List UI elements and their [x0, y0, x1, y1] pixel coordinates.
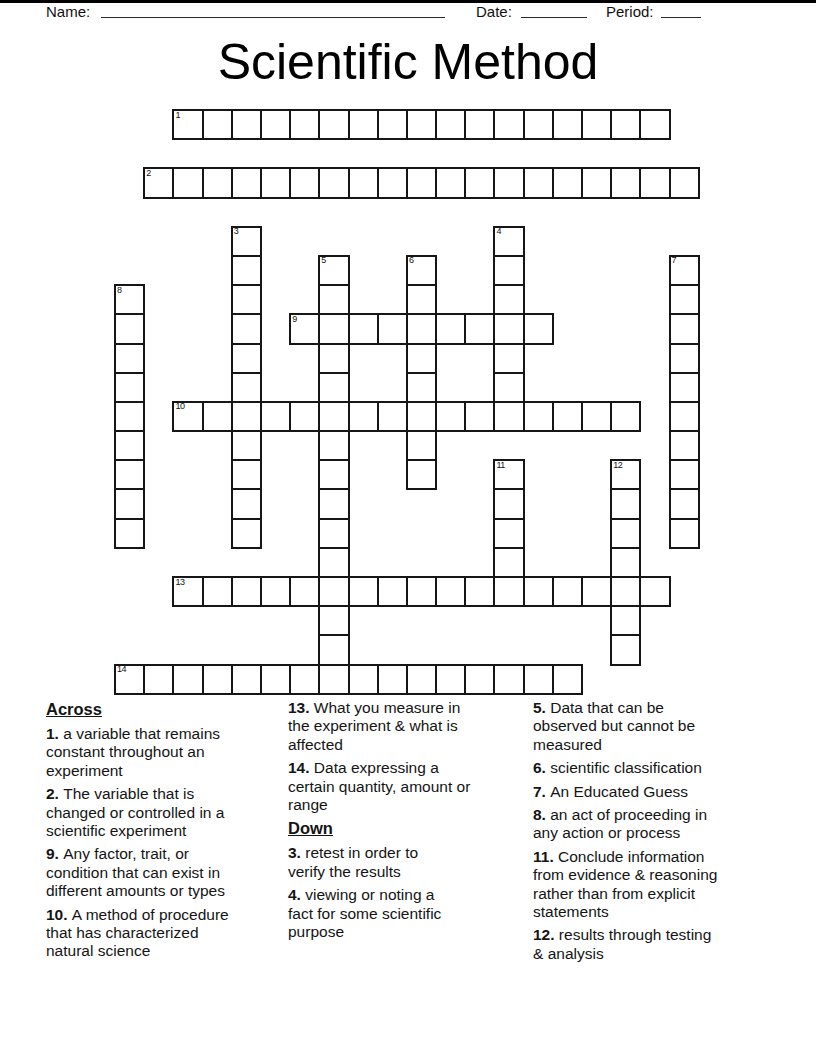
- cell-r0c17[interactable]: [611, 110, 640, 139]
- block-r8c17: [611, 344, 640, 373]
- block-r12c15: [553, 460, 582, 489]
- block-r18c15: [553, 635, 582, 664]
- block-r11c3: [203, 431, 232, 460]
- cell-r10c17[interactable]: [611, 402, 640, 431]
- cell-r14c13[interactable]: [494, 519, 523, 548]
- cell-r17c7[interactable]: [319, 606, 348, 635]
- block-r5c17: [611, 256, 640, 285]
- worksheet-page: Name: Date: Period: Scientific Method 12…: [0, 0, 816, 1056]
- cell-r11c19[interactable]: [670, 431, 699, 460]
- cell-r10c13[interactable]: [494, 402, 523, 431]
- block-r4c11: [436, 227, 465, 256]
- block-r11c16: [582, 431, 611, 460]
- block-r11c5: [261, 431, 290, 460]
- cell-r9c19[interactable]: [670, 373, 699, 402]
- cell-r7c13[interactable]: [494, 314, 523, 343]
- block-r15c5: [261, 548, 290, 577]
- cell-r5c19[interactable]: 7: [670, 256, 699, 285]
- cell-r10c14[interactable]: [524, 402, 553, 431]
- cell-r0c4[interactable]: [232, 110, 261, 139]
- cell-number-9: 9: [292, 315, 297, 324]
- cell-r14c19[interactable]: [670, 519, 699, 548]
- cell-r9c13[interactable]: [494, 373, 523, 402]
- cell-r2c3[interactable]: [203, 168, 232, 197]
- block-r17c6: [290, 606, 319, 635]
- cell-r6c0[interactable]: 8: [115, 285, 144, 314]
- cell-number-8: 8: [117, 286, 122, 295]
- block-r12c11: [436, 460, 465, 489]
- cell-r13c13[interactable]: [494, 489, 523, 518]
- block-r1c5: [261, 139, 290, 168]
- block-r6c5: [261, 285, 290, 314]
- block-r1c16: [582, 139, 611, 168]
- clue-across-14: 14. Data expressing a certain quantity, …: [288, 759, 514, 814]
- cell-r10c0[interactable]: [115, 402, 144, 431]
- clue-number-label: 1.: [46, 725, 63, 742]
- block-r4c9: [378, 227, 407, 256]
- cell-r8c0[interactable]: [115, 344, 144, 373]
- cell-r0c12[interactable]: [465, 110, 494, 139]
- block-r5c1: [144, 256, 173, 285]
- clue-number-label: 4.: [288, 886, 305, 903]
- cell-r13c0[interactable]: [115, 489, 144, 518]
- cell-r6c7[interactable]: [319, 285, 348, 314]
- cell-r19c12[interactable]: [465, 665, 494, 694]
- cell-r0c6[interactable]: [290, 110, 319, 139]
- block-r13c6: [290, 489, 319, 518]
- block-r8c1: [144, 344, 173, 373]
- cell-r2c6[interactable]: [290, 168, 319, 197]
- cell-r12c4[interactable]: [232, 460, 261, 489]
- block-r1c19: [670, 139, 699, 168]
- cell-r19c14[interactable]: [524, 665, 553, 694]
- clue-across-10: 10. A method of procedure that has chara…: [46, 906, 272, 961]
- period-label: Period:: [606, 3, 654, 20]
- clue-number-label: 11.: [533, 848, 558, 865]
- cell-r8c7[interactable]: [319, 344, 348, 373]
- date-label: Date:: [476, 3, 512, 20]
- block-r3c13: [494, 198, 523, 227]
- block-r17c15: [553, 606, 582, 635]
- block-r1c15: [553, 139, 582, 168]
- block-r9c5: [261, 373, 290, 402]
- cell-r16c17[interactable]: [611, 577, 640, 606]
- block-r18c4: [232, 635, 261, 664]
- cell-r10c10[interactable]: [407, 402, 436, 431]
- cell-r10c6[interactable]: [290, 402, 319, 431]
- block-r4c19: [670, 227, 699, 256]
- block-r12c6: [290, 460, 319, 489]
- block-r8c12: [465, 344, 494, 373]
- block-r8c16: [582, 344, 611, 373]
- clue-across-13: 13. What you measure in the experiment &…: [288, 699, 514, 754]
- cell-r12c17[interactable]: 12: [611, 460, 640, 489]
- block-r1c18: [640, 139, 669, 168]
- block-r5c15: [553, 256, 582, 285]
- cell-r6c19[interactable]: [670, 285, 699, 314]
- cell-r2c13[interactable]: [494, 168, 523, 197]
- cell-r10c7[interactable]: [319, 402, 348, 431]
- block-r1c1: [144, 139, 173, 168]
- block-r19c16: [582, 665, 611, 694]
- block-r12c9: [378, 460, 407, 489]
- cell-r10c12[interactable]: [465, 402, 494, 431]
- cell-r2c15[interactable]: [553, 168, 582, 197]
- cell-r15c13[interactable]: [494, 548, 523, 577]
- block-r0c19: [670, 110, 699, 139]
- block-r13c8: [349, 489, 378, 518]
- cell-r16c14[interactable]: [524, 577, 553, 606]
- crossword-grid: 1234567891011121314: [115, 110, 699, 694]
- cell-r7c0[interactable]: [115, 314, 144, 343]
- block-r13c2: [173, 489, 202, 518]
- cell-r19c2[interactable]: [173, 665, 202, 694]
- cell-r0c3[interactable]: [203, 110, 232, 139]
- cell-r18c17[interactable]: [611, 635, 640, 664]
- cell-r10c5[interactable]: [261, 402, 290, 431]
- block-r11c15: [553, 431, 582, 460]
- cell-r16c5[interactable]: [261, 577, 290, 606]
- cell-r13c4[interactable]: [232, 489, 261, 518]
- cell-r14c0[interactable]: [115, 519, 144, 548]
- cell-number-6: 6: [409, 256, 414, 265]
- block-r18c14: [524, 635, 553, 664]
- cell-r2c12[interactable]: [465, 168, 494, 197]
- cell-r0c10[interactable]: [407, 110, 436, 139]
- cell-r15c17[interactable]: [611, 548, 640, 577]
- block-r12c18: [640, 460, 669, 489]
- cell-r16c6[interactable]: [290, 577, 319, 606]
- cell-r11c7[interactable]: [319, 431, 348, 460]
- cell-r4c4[interactable]: 3: [232, 227, 261, 256]
- cell-r10c19[interactable]: [670, 402, 699, 431]
- block-r14c5: [261, 519, 290, 548]
- block-r11c1: [144, 431, 173, 460]
- block-r4c12: [465, 227, 494, 256]
- block-r4c8: [349, 227, 378, 256]
- block-r17c5: [261, 606, 290, 635]
- cell-r15c7[interactable]: [319, 548, 348, 577]
- cell-r10c11[interactable]: [436, 402, 465, 431]
- cell-number-10: 10: [175, 402, 184, 411]
- name-input-line[interactable]: [101, 17, 445, 18]
- block-r14c16: [582, 519, 611, 548]
- block-r1c12: [465, 139, 494, 168]
- cell-r8c19[interactable]: [670, 344, 699, 373]
- block-r13c12: [465, 489, 494, 518]
- cell-r19c4[interactable]: [232, 665, 261, 694]
- block-r6c11: [436, 285, 465, 314]
- block-r6c8: [349, 285, 378, 314]
- cell-r19c6[interactable]: [290, 665, 319, 694]
- cell-r19c3[interactable]: [203, 665, 232, 694]
- block-r15c2: [173, 548, 202, 577]
- cell-r0c14[interactable]: [524, 110, 553, 139]
- block-r3c15: [553, 198, 582, 227]
- cell-r10c16[interactable]: [582, 402, 611, 431]
- block-r7c1: [144, 314, 173, 343]
- cell-r2c19[interactable]: [670, 168, 699, 197]
- cell-r9c0[interactable]: [115, 373, 144, 402]
- cell-r16c16[interactable]: [582, 577, 611, 606]
- block-r15c12: [465, 548, 494, 577]
- clues-column-3: 5. Data that can be observed but cannot …: [533, 699, 759, 968]
- cell-r19c5[interactable]: [261, 665, 290, 694]
- block-r14c3: [203, 519, 232, 548]
- block-r13c3: [203, 489, 232, 518]
- cell-r10c8[interactable]: [349, 402, 378, 431]
- cell-r2c17[interactable]: [611, 168, 640, 197]
- cell-r0c9[interactable]: [378, 110, 407, 139]
- cell-r16c11[interactable]: [436, 577, 465, 606]
- cell-r7c7[interactable]: [319, 314, 348, 343]
- block-r1c11: [436, 139, 465, 168]
- cell-number-13: 13: [175, 578, 184, 587]
- block-r11c12: [465, 431, 494, 460]
- block-r13c10: [407, 489, 436, 518]
- cell-r16c10[interactable]: [407, 577, 436, 606]
- cell-r2c2[interactable]: [173, 168, 202, 197]
- cell-r10c15[interactable]: [553, 402, 582, 431]
- date-input-line[interactable]: [521, 17, 587, 18]
- cell-r19c11[interactable]: [436, 665, 465, 694]
- cell-r16c12[interactable]: [465, 577, 494, 606]
- cell-r0c18[interactable]: [640, 110, 669, 139]
- block-r3c17: [611, 198, 640, 227]
- block-r12c1: [144, 460, 173, 489]
- block-r11c2: [173, 431, 202, 460]
- block-r3c1: [144, 198, 173, 227]
- cell-r7c12[interactable]: [465, 314, 494, 343]
- cell-r7c19[interactable]: [670, 314, 699, 343]
- block-r16c0: [115, 577, 144, 606]
- block-r15c18: [640, 548, 669, 577]
- cell-r2c11[interactable]: [436, 168, 465, 197]
- block-r8c14: [524, 344, 553, 373]
- block-r8c5: [261, 344, 290, 373]
- block-r9c18: [640, 373, 669, 402]
- block-r15c1: [144, 548, 173, 577]
- block-r8c15: [553, 344, 582, 373]
- block-r3c8: [349, 198, 378, 227]
- cell-r19c8[interactable]: [349, 665, 378, 694]
- cell-r18c7[interactable]: [319, 635, 348, 664]
- block-r15c0: [115, 548, 144, 577]
- cell-r9c4[interactable]: [232, 373, 261, 402]
- cell-r2c9[interactable]: [378, 168, 407, 197]
- block-r4c6: [290, 227, 319, 256]
- block-r3c6: [290, 198, 319, 227]
- cell-r9c7[interactable]: [319, 373, 348, 402]
- block-r8c9: [378, 344, 407, 373]
- block-r11c17: [611, 431, 640, 460]
- cell-r11c10[interactable]: [407, 431, 436, 460]
- cell-r10c4[interactable]: [232, 402, 261, 431]
- puzzle-title: Scientific Method: [0, 34, 816, 90]
- cell-r12c7[interactable]: [319, 460, 348, 489]
- cell-r19c15[interactable]: [553, 665, 582, 694]
- cell-r9c10[interactable]: [407, 373, 436, 402]
- block-r14c14: [524, 519, 553, 548]
- block-r8c11: [436, 344, 465, 373]
- cell-r12c0[interactable]: [115, 460, 144, 489]
- block-r18c1: [144, 635, 173, 664]
- cell-r2c1[interactable]: 2: [144, 168, 173, 197]
- clues-column-2: 13. What you measure in the experiment &…: [288, 699, 514, 946]
- clue-number-label: 10.: [46, 906, 72, 923]
- cell-r0c5[interactable]: [261, 110, 290, 139]
- cell-r2c4[interactable]: [232, 168, 261, 197]
- block-r15c11: [436, 548, 465, 577]
- cell-r19c1[interactable]: [144, 665, 173, 694]
- cell-r0c8[interactable]: [349, 110, 378, 139]
- cell-r2c8[interactable]: [349, 168, 378, 197]
- cell-r10c9[interactable]: [378, 402, 407, 431]
- cell-r19c7[interactable]: [319, 665, 348, 694]
- clue-across-1: 1. a variable that remains constant thro…: [46, 725, 272, 780]
- block-r18c9: [378, 635, 407, 664]
- cell-r16c8[interactable]: [349, 577, 378, 606]
- block-r18c2: [173, 635, 202, 664]
- cell-r16c7[interactable]: [319, 577, 348, 606]
- cell-r0c15[interactable]: [553, 110, 582, 139]
- block-r7c18: [640, 314, 669, 343]
- cell-r7c14[interactable]: [524, 314, 553, 343]
- cell-r16c13[interactable]: [494, 577, 523, 606]
- block-r14c8: [349, 519, 378, 548]
- block-r7c17: [611, 314, 640, 343]
- cell-r16c9[interactable]: [378, 577, 407, 606]
- block-r19c18: [640, 665, 669, 694]
- cell-r11c4[interactable]: [232, 431, 261, 460]
- clue-number-label: 12.: [533, 926, 559, 943]
- cell-r14c4[interactable]: [232, 519, 261, 548]
- block-r18c16: [582, 635, 611, 664]
- block-r4c5: [261, 227, 290, 256]
- cell-r2c7[interactable]: [319, 168, 348, 197]
- cell-r12c13[interactable]: 11: [494, 460, 523, 489]
- cell-r19c13[interactable]: [494, 665, 523, 694]
- block-r9c16: [582, 373, 611, 402]
- cell-r13c7[interactable]: [319, 489, 348, 518]
- block-r6c1: [144, 285, 173, 314]
- block-r9c6: [290, 373, 319, 402]
- cell-number-5: 5: [321, 256, 326, 265]
- block-r15c6: [290, 548, 319, 577]
- cell-r7c11[interactable]: [436, 314, 465, 343]
- block-r11c9: [378, 431, 407, 460]
- cell-r2c10[interactable]: [407, 168, 436, 197]
- block-r17c12: [465, 606, 494, 635]
- block-r8c3: [203, 344, 232, 373]
- cell-r14c7[interactable]: [319, 519, 348, 548]
- block-r17c2: [173, 606, 202, 635]
- clue-number-label: 2.: [46, 785, 63, 802]
- cell-r7c10[interactable]: [407, 314, 436, 343]
- block-r13c18: [640, 489, 669, 518]
- block-r6c12: [465, 285, 494, 314]
- block-r9c12: [465, 373, 494, 402]
- cell-r0c16[interactable]: [582, 110, 611, 139]
- cell-number-7: 7: [672, 256, 677, 265]
- cell-r0c11[interactable]: [436, 110, 465, 139]
- block-r7c2: [173, 314, 202, 343]
- cell-r7c6[interactable]: 9: [290, 314, 319, 343]
- cell-r8c4[interactable]: [232, 344, 261, 373]
- cell-r16c4[interactable]: [232, 577, 261, 606]
- clue-down-4: 4. viewing or noting a fact for some sci…: [288, 886, 514, 941]
- cell-r16c2[interactable]: 13: [173, 577, 202, 606]
- block-r7c16: [582, 314, 611, 343]
- cell-r19c9[interactable]: [378, 665, 407, 694]
- name-label: Name:: [46, 3, 90, 20]
- block-r4c7: [319, 227, 348, 256]
- cell-r5c10[interactable]: 6: [407, 256, 436, 285]
- block-r16c19: [670, 577, 699, 606]
- block-r18c13: [494, 635, 523, 664]
- block-r6c6: [290, 285, 319, 314]
- cell-r4c13[interactable]: 4: [494, 227, 523, 256]
- cell-r0c2[interactable]: 1: [173, 110, 202, 139]
- cell-r16c15[interactable]: [553, 577, 582, 606]
- cell-r5c4[interactable]: [232, 256, 261, 285]
- block-r17c13: [494, 606, 523, 635]
- cell-r13c19[interactable]: [670, 489, 699, 518]
- cell-r0c7[interactable]: [319, 110, 348, 139]
- cell-r11c0[interactable]: [115, 431, 144, 460]
- block-r1c10: [407, 139, 436, 168]
- cell-r19c10[interactable]: [407, 665, 436, 694]
- block-r7c3: [203, 314, 232, 343]
- cell-r10c2[interactable]: 10: [173, 402, 202, 431]
- block-r18c5: [261, 635, 290, 664]
- cell-r8c13[interactable]: [494, 344, 523, 373]
- cell-r13c17[interactable]: [611, 489, 640, 518]
- block-r14c1: [144, 519, 173, 548]
- cell-r7c4[interactable]: [232, 314, 261, 343]
- period-input-line[interactable]: [661, 17, 701, 18]
- cell-r2c5[interactable]: [261, 168, 290, 197]
- block-r5c2: [173, 256, 202, 285]
- cell-r8c10[interactable]: [407, 344, 436, 373]
- cell-r0c13[interactable]: [494, 110, 523, 139]
- cell-r17c17[interactable]: [611, 606, 640, 635]
- cell-r14c17[interactable]: [611, 519, 640, 548]
- block-r5c9: [378, 256, 407, 285]
- block-r6c16: [582, 285, 611, 314]
- cell-r2c18[interactable]: [640, 168, 669, 197]
- block-r17c16: [582, 606, 611, 635]
- cell-r6c4[interactable]: [232, 285, 261, 314]
- cell-r5c7[interactable]: 5: [319, 256, 348, 285]
- block-r7c5: [261, 314, 290, 343]
- cell-r16c3[interactable]: [203, 577, 232, 606]
- block-r14c10: [407, 519, 436, 548]
- cell-r16c18[interactable]: [640, 577, 669, 606]
- cell-r12c10[interactable]: [407, 460, 436, 489]
- cell-r19c0[interactable]: 14: [115, 665, 144, 694]
- block-r16c1: [144, 577, 173, 606]
- cell-r5c13[interactable]: [494, 256, 523, 285]
- cell-r7c8[interactable]: [349, 314, 378, 343]
- cell-r6c13[interactable]: [494, 285, 523, 314]
- cell-r10c3[interactable]: [203, 402, 232, 431]
- cell-r12c19[interactable]: [670, 460, 699, 489]
- cell-r7c9[interactable]: [378, 314, 407, 343]
- cell-r2c14[interactable]: [524, 168, 553, 197]
- cell-r2c16[interactable]: [582, 168, 611, 197]
- cell-r6c10[interactable]: [407, 285, 436, 314]
